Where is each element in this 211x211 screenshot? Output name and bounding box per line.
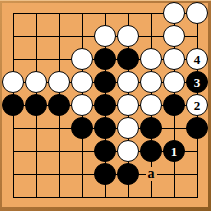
intersection-a4[interactable] bbox=[2, 117, 25, 140]
intersection-c2[interactable] bbox=[48, 163, 71, 186]
white-stone bbox=[71, 48, 93, 70]
intersection-c8[interactable] bbox=[48, 25, 71, 48]
intersection-j2[interactable] bbox=[186, 163, 209, 186]
intersection-h5[interactable] bbox=[163, 94, 186, 117]
move-number-2: 2 bbox=[194, 99, 201, 112]
black-stone bbox=[117, 48, 139, 70]
black-stone bbox=[163, 94, 185, 116]
intersection-g7[interactable] bbox=[140, 48, 163, 71]
intersection-d4[interactable] bbox=[71, 117, 94, 140]
intersection-g9[interactable] bbox=[140, 2, 163, 25]
intersection-e4[interactable] bbox=[94, 117, 117, 140]
intersection-h4[interactable] bbox=[163, 117, 186, 140]
white-stone bbox=[48, 71, 70, 93]
intersection-g5[interactable] bbox=[140, 94, 163, 117]
intersection-j7[interactable]: 4 bbox=[186, 48, 209, 71]
intersection-f3[interactable] bbox=[117, 140, 140, 163]
white-stone bbox=[186, 2, 208, 24]
intersection-b2[interactable] bbox=[25, 163, 48, 186]
intersection-g2[interactable]: a bbox=[140, 163, 163, 186]
black-stone bbox=[186, 117, 208, 139]
intersection-c5[interactable] bbox=[48, 94, 71, 117]
intersection-b6[interactable] bbox=[25, 71, 48, 94]
white-stone bbox=[163, 71, 185, 93]
intersection-g3[interactable] bbox=[140, 140, 163, 163]
intersection-b3[interactable] bbox=[25, 140, 48, 163]
intersection-h6[interactable] bbox=[163, 71, 186, 94]
intersection-c7[interactable] bbox=[48, 48, 71, 71]
intersection-b7[interactable] bbox=[25, 48, 48, 71]
black-stone bbox=[25, 94, 47, 116]
intersection-a2[interactable] bbox=[2, 163, 25, 186]
intersection-e7[interactable] bbox=[94, 48, 117, 71]
intersection-e5[interactable] bbox=[94, 94, 117, 117]
intersection-h9[interactable] bbox=[163, 2, 186, 25]
intersection-c1[interactable] bbox=[48, 186, 71, 209]
intersection-b9[interactable] bbox=[25, 2, 48, 25]
white-stone bbox=[163, 2, 185, 24]
intersection-b8[interactable] bbox=[25, 25, 48, 48]
intersection-a6[interactable] bbox=[2, 71, 25, 94]
black-stone-move-1: 1 bbox=[163, 140, 185, 162]
intersection-h1[interactable] bbox=[163, 186, 186, 209]
intersection-e8[interactable] bbox=[94, 25, 117, 48]
intersection-f8[interactable] bbox=[117, 25, 140, 48]
intersection-c3[interactable] bbox=[48, 140, 71, 163]
white-stone bbox=[25, 71, 47, 93]
point-label-a: a bbox=[146, 167, 157, 181]
intersection-a1[interactable] bbox=[2, 186, 25, 209]
intersection-f1[interactable] bbox=[117, 186, 140, 209]
white-stone bbox=[71, 94, 93, 116]
intersection-j4[interactable] bbox=[186, 117, 209, 140]
move-number-3: 3 bbox=[194, 76, 201, 89]
intersection-f5[interactable] bbox=[117, 94, 140, 117]
black-stone bbox=[48, 94, 70, 116]
black-stone bbox=[2, 94, 24, 116]
intersection-e6[interactable] bbox=[94, 71, 117, 94]
black-stone-move-3: 3 bbox=[186, 71, 208, 93]
move-number-1: 1 bbox=[171, 145, 178, 158]
intersection-c9[interactable] bbox=[48, 2, 71, 25]
intersection-f7[interactable] bbox=[117, 48, 140, 71]
white-stone bbox=[117, 25, 139, 47]
black-stone bbox=[94, 163, 116, 185]
black-stone bbox=[94, 48, 116, 70]
intersection-h2[interactable] bbox=[163, 163, 186, 186]
intersection-e9[interactable] bbox=[94, 2, 117, 25]
intersection-h7[interactable] bbox=[163, 48, 186, 71]
black-stone bbox=[140, 117, 162, 139]
white-stone bbox=[117, 71, 139, 93]
black-stone bbox=[94, 71, 116, 93]
intersection-c4[interactable] bbox=[48, 117, 71, 140]
white-stone-move-4: 4 bbox=[186, 48, 208, 70]
intersection-d2[interactable] bbox=[71, 163, 94, 186]
intersection-b4[interactable] bbox=[25, 117, 48, 140]
intersection-c6[interactable] bbox=[48, 71, 71, 94]
black-stone bbox=[140, 140, 162, 162]
intersection-f6[interactable] bbox=[117, 71, 140, 94]
intersection-d1[interactable] bbox=[71, 186, 94, 209]
black-stone bbox=[71, 117, 93, 139]
intersection-a9[interactable] bbox=[2, 2, 25, 25]
white-stone bbox=[94, 25, 116, 47]
white-stone bbox=[71, 71, 93, 93]
intersection-g4[interactable] bbox=[140, 117, 163, 140]
intersection-g1[interactable] bbox=[140, 186, 163, 209]
white-stone bbox=[2, 71, 24, 93]
intersection-d9[interactable] bbox=[71, 2, 94, 25]
intersection-b5[interactable] bbox=[25, 94, 48, 117]
intersection-j8[interactable] bbox=[186, 25, 209, 48]
black-stone bbox=[94, 94, 116, 116]
intersection-h3[interactable]: 1 bbox=[163, 140, 186, 163]
intersection-a7[interactable] bbox=[2, 48, 25, 71]
intersection-j3[interactable] bbox=[186, 140, 209, 163]
black-stone bbox=[94, 140, 116, 162]
intersection-g6[interactable] bbox=[140, 71, 163, 94]
intersection-j6[interactable]: 3 bbox=[186, 71, 209, 94]
intersection-a8[interactable] bbox=[2, 25, 25, 48]
intersection-e2[interactable] bbox=[94, 163, 117, 186]
intersection-d7[interactable] bbox=[71, 48, 94, 71]
intersection-d3[interactable] bbox=[71, 140, 94, 163]
intersection-j5[interactable]: 2 bbox=[186, 94, 209, 117]
white-stone bbox=[163, 48, 185, 70]
intersection-j9[interactable] bbox=[186, 2, 209, 25]
intersection-f2[interactable] bbox=[117, 163, 140, 186]
white-stone bbox=[140, 71, 162, 93]
intersection-a5[interactable] bbox=[2, 94, 25, 117]
black-stone bbox=[117, 163, 139, 185]
intersection-e3[interactable] bbox=[94, 140, 117, 163]
intersection-d8[interactable] bbox=[71, 25, 94, 48]
intersection-h8[interactable] bbox=[163, 25, 186, 48]
white-stone bbox=[163, 25, 185, 47]
intersection-d6[interactable] bbox=[71, 71, 94, 94]
intersection-g8[interactable] bbox=[140, 25, 163, 48]
intersection-j1[interactable] bbox=[186, 186, 209, 209]
white-stone bbox=[117, 140, 139, 162]
intersection-d5[interactable] bbox=[71, 94, 94, 117]
white-stone bbox=[117, 117, 139, 139]
move-number-4: 4 bbox=[194, 53, 201, 66]
white-stone bbox=[140, 94, 162, 116]
stones-layer: 4321a bbox=[2, 2, 209, 209]
intersection-a3[interactable] bbox=[2, 140, 25, 163]
black-stone bbox=[94, 117, 116, 139]
intersection-b1[interactable] bbox=[25, 186, 48, 209]
white-stone bbox=[140, 48, 162, 70]
white-stone-move-2: 2 bbox=[186, 94, 208, 116]
white-stone bbox=[117, 94, 139, 116]
go-board-frame: 4321a bbox=[0, 0, 211, 211]
intersection-f9[interactable] bbox=[117, 2, 140, 25]
intersection-e1[interactable] bbox=[94, 186, 117, 209]
intersection-f4[interactable] bbox=[117, 117, 140, 140]
